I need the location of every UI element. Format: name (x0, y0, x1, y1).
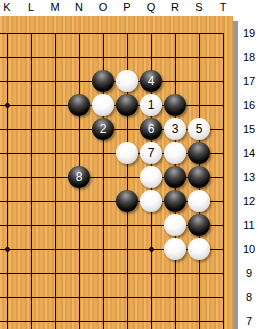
white-stone-P17[interactable] (116, 70, 138, 92)
col-label-M: M (50, 1, 59, 13)
black-stone-R16[interactable] (164, 94, 186, 116)
row-label-10: 10 (238, 241, 260, 257)
black-stone-R12[interactable] (164, 190, 186, 212)
white-stone-R11[interactable] (164, 214, 186, 236)
col-label-Q: Q (147, 1, 156, 13)
col-label-S: S (195, 1, 202, 13)
black-stone-S11[interactable] (188, 214, 210, 236)
black-stone-O15[interactable]: 2 (92, 118, 114, 140)
row-label-18: 18 (238, 49, 260, 65)
row-label-19: 19 (238, 25, 260, 41)
col-label-T: T (220, 1, 227, 13)
row-label-14: 14 (238, 145, 260, 161)
col-label-L: L (28, 1, 34, 13)
black-stone-N13[interactable]: 8 (68, 166, 90, 188)
row-label-8: 8 (238, 289, 260, 305)
black-stone-Q17[interactable]: 4 (140, 70, 162, 92)
row-label-12: 12 (238, 193, 260, 209)
white-stone-P14[interactable] (116, 142, 138, 164)
white-stone-Q16[interactable]: 1 (140, 94, 162, 116)
white-stone-R15[interactable]: 3 (164, 118, 186, 140)
row-label-13: 13 (238, 169, 260, 185)
go-diagram: KLMNOPQRST 41263578 19181716151413121110… (0, 0, 260, 329)
black-stone-P16[interactable] (116, 94, 138, 116)
white-stone-S15[interactable]: 5 (188, 118, 210, 140)
column-labels: KLMNOPQRST (0, 0, 233, 16)
white-stone-S12[interactable] (188, 190, 210, 212)
col-label-N: N (75, 1, 83, 13)
row-labels: 19181716151413121110987 (238, 0, 260, 329)
row-label-17: 17 (238, 73, 260, 89)
stones-layer: 41263578 (0, 21, 235, 329)
white-stone-Q13[interactable] (140, 166, 162, 188)
black-stone-N16[interactable] (68, 94, 90, 116)
row-label-11: 11 (238, 217, 260, 233)
white-stone-R10[interactable] (164, 238, 186, 260)
white-stone-S10[interactable] (188, 238, 210, 260)
row-label-9: 9 (238, 265, 260, 281)
black-stone-P12[interactable] (116, 190, 138, 212)
row-label-7: 7 (238, 313, 260, 329)
black-stone-S13[interactable] (188, 166, 210, 188)
black-stone-O17[interactable] (92, 70, 114, 92)
row-label-16: 16 (238, 97, 260, 113)
white-stone-R14[interactable] (164, 142, 186, 164)
go-board[interactable]: 41263578 (0, 16, 233, 329)
black-stone-Q15[interactable]: 6 (140, 118, 162, 140)
col-label-O: O (99, 1, 108, 13)
white-stone-O16[interactable] (92, 94, 114, 116)
white-stone-Q12[interactable] (140, 190, 162, 212)
row-label-15: 15 (238, 121, 260, 137)
black-stone-R13[interactable] (164, 166, 186, 188)
col-label-K: K (3, 1, 10, 13)
white-stone-Q14[interactable]: 7 (140, 142, 162, 164)
col-label-P: P (123, 1, 130, 13)
black-stone-S14[interactable] (188, 142, 210, 164)
col-label-R: R (171, 1, 179, 13)
